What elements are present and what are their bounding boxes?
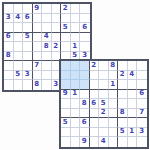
cell-br-r5c6[interactable]: [109, 99, 119, 109]
cell-br-r9c1[interactable]: [61, 137, 71, 147]
cell-br-r1c3[interactable]: [80, 61, 90, 71]
cell-tl-r3c6[interactable]: [52, 23, 62, 33]
cell-br-r7c3[interactable]: 6: [80, 118, 90, 128]
cell-br-r4c2[interactable]: 1: [71, 90, 81, 100]
cell-br-r2c6[interactable]: [109, 71, 119, 81]
cell-br-r7c5[interactable]: [99, 118, 109, 128]
cell-br-r5c4[interactable]: 6: [90, 99, 100, 109]
cell-br-r8c5[interactable]: [99, 128, 109, 138]
cell-br-r6c9[interactable]: 7: [137, 109, 147, 119]
cell-br-r2c9[interactable]: [137, 71, 147, 81]
cell-br-r8c7[interactable]: 5: [118, 128, 128, 138]
cell-tl-r4c8[interactable]: [71, 33, 81, 43]
cell-br-r2c8[interactable]: 4: [128, 71, 138, 81]
cell-tl-r1c4[interactable]: 9: [33, 4, 43, 14]
cell-br-r3c7[interactable]: [118, 80, 128, 90]
cell-tl-r2c1[interactable]: 3: [4, 14, 14, 24]
cell-tl-r4c6[interactable]: [52, 33, 62, 43]
cell-br-r1c1[interactable]: [61, 61, 71, 71]
cell-tl-r8c1[interactable]: [4, 71, 14, 81]
cell-tl-r9c4[interactable]: 8: [33, 80, 43, 90]
cell-tl-r3c1[interactable]: [4, 23, 14, 33]
cell-tl-r1c6[interactable]: [52, 4, 62, 14]
cell-tl-r7c3[interactable]: [23, 61, 33, 71]
cell-br-r3c3[interactable]: [80, 80, 90, 90]
cell-tl-r6c1[interactable]: 8: [4, 52, 14, 62]
cell-tl-r6c2[interactable]: [14, 52, 24, 62]
cell-tl-r4c4[interactable]: [33, 33, 43, 43]
cell-br-r2c1[interactable]: [61, 71, 71, 81]
cell-br-r1c7[interactable]: [118, 61, 128, 71]
cell-tl-r9c5[interactable]: [42, 80, 52, 90]
cell-br-r8c9[interactable]: 3: [137, 128, 147, 138]
cell-tl-r5c7[interactable]: [61, 42, 71, 52]
cell-br-r5c7[interactable]: [118, 99, 128, 109]
cell-tl-r5c4[interactable]: [33, 42, 43, 52]
cell-br-r6c5[interactable]: 2: [99, 109, 109, 119]
cell-tl-r9c1[interactable]: [4, 80, 14, 90]
cell-tl-r9c2[interactable]: [14, 80, 24, 90]
cell-tl-r1c9[interactable]: [80, 4, 90, 14]
cell-tl-r3c5[interactable]: [42, 23, 52, 33]
cell-br-r2c7[interactable]: 2: [118, 71, 128, 81]
cell-tl-r1c2[interactable]: [14, 4, 24, 14]
cell-br-r5c5[interactable]: 5: [99, 99, 109, 109]
cell-br-r9c9[interactable]: [137, 137, 147, 147]
cell-br-r4c6[interactable]: [109, 90, 119, 100]
cell-tl-r3c7[interactable]: 5: [61, 23, 71, 33]
cell-br-r4c5[interactable]: [99, 90, 109, 100]
cell-br-r1c9[interactable]: [137, 61, 147, 71]
cell-br-r3c9[interactable]: [137, 80, 147, 90]
cell-tl-r2c6[interactable]: [52, 14, 62, 24]
cell-br-r3c4[interactable]: [90, 80, 100, 90]
cell-br-r1c6[interactable]: 8: [109, 61, 119, 71]
cell-tl-r2c7[interactable]: [61, 14, 71, 24]
cell-br-r6c6[interactable]: [109, 109, 119, 119]
cell-tl-r4c2[interactable]: [14, 33, 24, 43]
cell-br-r3c1[interactable]: [61, 80, 71, 90]
cell-br-r4c9[interactable]: 6: [137, 90, 147, 100]
cell-tl-r3c9[interactable]: 6: [80, 23, 90, 33]
cell-tl-r5c3[interactable]: [23, 42, 33, 52]
cell-br-r9c2[interactable]: [71, 137, 81, 147]
cell-br-r4c1[interactable]: 9: [61, 90, 71, 100]
cell-br-r9c5[interactable]: 4: [99, 137, 109, 147]
cell-br-r9c7[interactable]: [118, 137, 128, 147]
cell-br-r2c4[interactable]: [90, 71, 100, 81]
cell-br-r7c8[interactable]: [128, 118, 138, 128]
cell-br-r7c6[interactable]: [109, 118, 119, 128]
cell-br-r1c5[interactable]: [99, 61, 109, 71]
cell-br-r5c8[interactable]: [128, 99, 138, 109]
cell-tl-r2c3[interactable]: 6: [23, 14, 33, 24]
cell-br-r3c6[interactable]: 1: [109, 80, 119, 90]
cell-br-r5c2[interactable]: [71, 99, 81, 109]
cell-br-r9c6[interactable]: [109, 137, 119, 147]
cell-tl-r5c6[interactable]: 2: [52, 42, 62, 52]
cell-tl-r5c9[interactable]: [80, 42, 90, 52]
cell-br-r4c8[interactable]: [128, 90, 138, 100]
cell-tl-r4c9[interactable]: [80, 33, 90, 43]
cell-tl-r1c3[interactable]: [23, 4, 33, 14]
cell-br-r8c1[interactable]: [61, 128, 71, 138]
cell-tl-r1c5[interactable]: [42, 4, 52, 14]
cell-tl-r8c2[interactable]: 5: [14, 71, 24, 81]
cell-tl-r6c4[interactable]: [33, 52, 43, 62]
cell-br-r2c5[interactable]: [99, 71, 109, 81]
cell-br-r6c8[interactable]: [128, 109, 138, 119]
cell-br-r4c3[interactable]: [80, 90, 90, 100]
cell-br-r8c2[interactable]: [71, 128, 81, 138]
cell-br-r5c1[interactable]: [61, 99, 71, 109]
cell-br-r1c8[interactable]: [128, 61, 138, 71]
cell-br-r5c3[interactable]: 8: [80, 99, 90, 109]
cell-br-r4c4[interactable]: [90, 90, 100, 100]
cell-br-r6c2[interactable]: [71, 109, 81, 119]
cell-tl-r1c7[interactable]: 2: [61, 4, 71, 14]
cell-br-r8c8[interactable]: 1: [128, 128, 138, 138]
cell-tl-r4c5[interactable]: 4: [42, 33, 52, 43]
cell-br-r7c4[interactable]: [90, 118, 100, 128]
cell-tl-r5c8[interactable]: 1: [71, 42, 81, 52]
cell-tl-r5c2[interactable]: [14, 42, 24, 52]
cell-tl-r7c2[interactable]: [14, 61, 24, 71]
cell-tl-r4c3[interactable]: 5: [23, 33, 33, 43]
cell-tl-r5c1[interactable]: [4, 42, 14, 52]
cell-br-r2c3[interactable]: [80, 71, 90, 81]
cell-br-r6c7[interactable]: 8: [118, 109, 128, 119]
cell-tl-r2c2[interactable]: 4: [14, 14, 24, 24]
cell-br-r4c7[interactable]: [118, 90, 128, 100]
cell-br-r7c7[interactable]: [118, 118, 128, 128]
cell-br-r3c5[interactable]: [99, 80, 109, 90]
cell-tl-r7c1[interactable]: [4, 61, 14, 71]
cell-br-r6c3[interactable]: [80, 109, 90, 119]
cell-tl-r3c2[interactable]: [14, 23, 24, 33]
cell-tl-r8c4[interactable]: [33, 71, 43, 81]
cell-tl-r1c8[interactable]: [71, 4, 81, 14]
cell-tl-r7c5[interactable]: [42, 61, 52, 71]
cell-br-r9c4[interactable]: [90, 137, 100, 147]
cell-br-r6c4[interactable]: [90, 109, 100, 119]
cell-br-r8c3[interactable]: [80, 128, 90, 138]
cell-tl-r4c7[interactable]: [61, 33, 71, 43]
cell-br-r9c3[interactable]: 9: [80, 137, 90, 147]
cell-tl-r5c5[interactable]: 8: [42, 42, 52, 52]
cell-tl-r2c9[interactable]: [80, 14, 90, 24]
cell-br-r8c6[interactable]: [109, 128, 119, 138]
cell-br-r1c2[interactable]: [71, 61, 81, 71]
cell-tl-r3c4[interactable]: [33, 23, 43, 33]
cell-tl-r3c8[interactable]: [71, 23, 81, 33]
cell-tl-r8c5[interactable]: [42, 71, 52, 81]
cell-tl-r4c1[interactable]: 6: [4, 33, 14, 43]
sudoku-board: 923465665482185375383 282419168652875651…: [0, 0, 150, 150]
cell-br-r5c9[interactable]: [137, 99, 147, 109]
cell-tl-r6c3[interactable]: [23, 52, 33, 62]
cell-br-r8c4[interactable]: [90, 128, 100, 138]
cell-tl-r6c5[interactable]: [42, 52, 52, 62]
cell-br-r7c9[interactable]: [137, 118, 147, 128]
cell-br-r2c2[interactable]: [71, 71, 81, 81]
cell-tl-r3c3[interactable]: [23, 23, 33, 33]
cell-tl-r7c4[interactable]: 7: [33, 61, 43, 71]
cell-br-r3c8[interactable]: [128, 80, 138, 90]
cell-tl-r9c3[interactable]: [23, 80, 33, 90]
cell-br-r6c1[interactable]: [61, 109, 71, 119]
cell-tl-r8c3[interactable]: 3: [23, 71, 33, 81]
cell-br-r9c8[interactable]: [128, 137, 138, 147]
cell-tl-r2c4[interactable]: [33, 14, 43, 24]
cell-br-r7c1[interactable]: 5: [61, 118, 71, 128]
cell-br-r7c2[interactable]: [71, 118, 81, 128]
cell-tl-r2c8[interactable]: [71, 14, 81, 24]
cell-tl-r1c1[interactable]: [4, 4, 14, 14]
cell-br-r1c4[interactable]: 2: [90, 61, 100, 71]
cell-br-r3c2[interactable]: [71, 80, 81, 90]
grid-bottom-right: 282419168652875651394: [59, 59, 149, 149]
cell-tl-r2c5[interactable]: [42, 14, 52, 24]
